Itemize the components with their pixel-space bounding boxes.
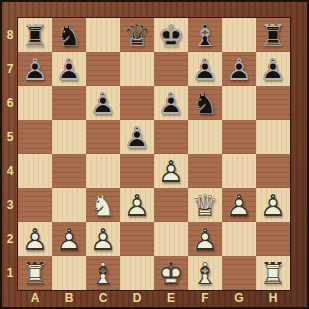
white-king: ♚♔ [154, 256, 188, 290]
white-pawn: ♟♙ [52, 222, 86, 256]
piece-fill-layer: ♜ [18, 18, 52, 52]
square-d4[interactable] [120, 154, 154, 188]
square-g5[interactable] [222, 120, 256, 154]
piece-fill-layer: ♟ [222, 188, 256, 222]
square-h5[interactable] [256, 120, 290, 154]
square-d2[interactable] [120, 222, 154, 256]
white-queen: ♛♕ [188, 188, 222, 222]
square-a7[interactable]: ♟♙ [18, 52, 52, 86]
square-c2[interactable]: ♟♙ [86, 222, 120, 256]
piece-outline-layer: ♗ [188, 18, 222, 52]
square-d5[interactable]: ♟♙ [120, 120, 154, 154]
square-f3[interactable]: ♛♕ [188, 188, 222, 222]
piece-outline-layer: ♙ [52, 52, 86, 86]
square-d8[interactable]: ♛♕ [120, 18, 154, 52]
black-bishop: ♝♗ [188, 18, 222, 52]
rank-labels: 8 7 6 5 4 3 2 1 [2, 18, 18, 290]
piece-outline-layer: ♖ [18, 256, 52, 290]
black-queen: ♛♕ [120, 18, 154, 52]
white-pawn: ♟♙ [188, 222, 222, 256]
square-b1[interactable] [52, 256, 86, 290]
square-a2[interactable]: ♟♙ [18, 222, 52, 256]
piece-outline-layer: ♙ [188, 52, 222, 86]
piece-outline-layer: ♔ [154, 18, 188, 52]
square-c7[interactable] [86, 52, 120, 86]
piece-fill-layer: ♝ [86, 256, 120, 290]
piece-outline-layer: ♙ [154, 86, 188, 120]
piece-fill-layer: ♟ [52, 222, 86, 256]
piece-outline-layer: ♙ [18, 222, 52, 256]
piece-outline-layer: ♘ [52, 18, 86, 52]
board-frame: ♜♖♞♘♛♕♚♔♝♗♜♖♟♙♟♙♟♙♟♙♟♙♟♙♟♙♞♘♟♙♟♙♞♘♟♙♛♕♟♙… [0, 0, 309, 309]
square-h2[interactable] [256, 222, 290, 256]
black-pawn: ♟♙ [52, 52, 86, 86]
piece-fill-layer: ♞ [86, 188, 120, 222]
file-label-a: A [18, 290, 52, 307]
square-f1[interactable]: ♝♗ [188, 256, 222, 290]
file-labels: A B C D E F G H [18, 290, 290, 307]
black-pawn: ♟♙ [154, 86, 188, 120]
piece-outline-layer: ♗ [86, 256, 120, 290]
piece-fill-layer: ♟ [188, 52, 222, 86]
black-knight: ♞♘ [188, 86, 222, 120]
square-h4[interactable] [256, 154, 290, 188]
white-pawn: ♟♙ [86, 222, 120, 256]
square-e2[interactable] [154, 222, 188, 256]
square-h6[interactable] [256, 86, 290, 120]
black-king: ♚♔ [154, 18, 188, 52]
file-label-e: E [154, 290, 188, 307]
piece-outline-layer: ♕ [120, 18, 154, 52]
piece-outline-layer: ♙ [120, 120, 154, 154]
file-label-h: H [256, 290, 290, 307]
square-a4[interactable] [18, 154, 52, 188]
square-d3[interactable]: ♟♙ [120, 188, 154, 222]
piece-fill-layer: ♜ [18, 256, 52, 290]
piece-fill-layer: ♚ [154, 18, 188, 52]
piece-fill-layer: ♞ [188, 86, 222, 120]
black-pawn: ♟♙ [18, 52, 52, 86]
piece-fill-layer: ♟ [86, 222, 120, 256]
piece-outline-layer: ♙ [154, 154, 188, 188]
white-pawn: ♟♙ [120, 188, 154, 222]
piece-outline-layer: ♙ [222, 52, 256, 86]
square-e8[interactable]: ♚♔ [154, 18, 188, 52]
rank-label-4: 4 [2, 154, 18, 188]
piece-outline-layer: ♔ [154, 256, 188, 290]
square-f4[interactable] [188, 154, 222, 188]
piece-outline-layer: ♙ [188, 222, 222, 256]
piece-outline-layer: ♙ [86, 86, 120, 120]
square-g1[interactable] [222, 256, 256, 290]
square-d1[interactable] [120, 256, 154, 290]
piece-outline-layer: ♘ [86, 188, 120, 222]
square-c5[interactable] [86, 120, 120, 154]
piece-fill-layer: ♟ [120, 120, 154, 154]
black-pawn: ♟♙ [256, 52, 290, 86]
rank-label-5: 5 [2, 120, 18, 154]
square-g2[interactable] [222, 222, 256, 256]
piece-outline-layer: ♙ [120, 188, 154, 222]
black-knight: ♞♘ [52, 18, 86, 52]
square-e1[interactable]: ♚♔ [154, 256, 188, 290]
square-e4[interactable]: ♟♙ [154, 154, 188, 188]
rank-label-7: 7 [2, 52, 18, 86]
rank-label-1: 1 [2, 256, 18, 290]
square-b3[interactable] [52, 188, 86, 222]
square-b4[interactable] [52, 154, 86, 188]
square-a5[interactable] [18, 120, 52, 154]
rank-label-2: 2 [2, 222, 18, 256]
square-g8[interactable] [222, 18, 256, 52]
piece-fill-layer: ♟ [222, 52, 256, 86]
black-rook: ♜♖ [256, 18, 290, 52]
piece-outline-layer: ♗ [188, 256, 222, 290]
piece-outline-layer: ♙ [86, 222, 120, 256]
square-f8[interactable]: ♝♗ [188, 18, 222, 52]
white-pawn: ♟♙ [222, 188, 256, 222]
piece-fill-layer: ♟ [52, 52, 86, 86]
white-bishop: ♝♗ [86, 256, 120, 290]
piece-fill-layer: ♟ [18, 222, 52, 256]
file-label-g: G [222, 290, 256, 307]
square-c3[interactable]: ♞♘ [86, 188, 120, 222]
file-label-c: C [86, 290, 120, 307]
square-f7[interactable]: ♟♙ [188, 52, 222, 86]
piece-fill-layer: ♜ [256, 256, 290, 290]
white-pawn: ♟♙ [18, 222, 52, 256]
piece-outline-layer: ♙ [256, 52, 290, 86]
square-e7[interactable] [154, 52, 188, 86]
piece-fill-layer: ♟ [154, 154, 188, 188]
board: ♜♖♞♘♛♕♚♔♝♗♜♖♟♙♟♙♟♙♟♙♟♙♟♙♟♙♞♘♟♙♟♙♞♘♟♙♛♕♟♙… [18, 18, 290, 290]
square-e5[interactable] [154, 120, 188, 154]
piece-outline-layer: ♕ [188, 188, 222, 222]
square-a6[interactable] [18, 86, 52, 120]
piece-outline-layer: ♙ [52, 222, 86, 256]
piece-fill-layer: ♟ [86, 86, 120, 120]
square-h3[interactable]: ♟♙ [256, 188, 290, 222]
square-a8[interactable]: ♜♖ [18, 18, 52, 52]
piece-outline-layer: ♖ [256, 18, 290, 52]
rank-label-3: 3 [2, 188, 18, 222]
square-h1[interactable]: ♜♖ [256, 256, 290, 290]
square-a1[interactable]: ♜♖ [18, 256, 52, 290]
square-f6[interactable]: ♞♘ [188, 86, 222, 120]
piece-outline-layer: ♖ [256, 256, 290, 290]
black-pawn: ♟♙ [86, 86, 120, 120]
piece-fill-layer: ♟ [18, 52, 52, 86]
piece-fill-layer: ♟ [256, 188, 290, 222]
white-rook: ♜♖ [256, 256, 290, 290]
piece-fill-layer: ♚ [154, 256, 188, 290]
square-g6[interactable] [222, 86, 256, 120]
square-b8[interactable]: ♞♘ [52, 18, 86, 52]
piece-fill-layer: ♜ [256, 18, 290, 52]
square-f5[interactable] [188, 120, 222, 154]
piece-fill-layer: ♟ [188, 222, 222, 256]
square-c6[interactable]: ♟♙ [86, 86, 120, 120]
square-h8[interactable]: ♜♖ [256, 18, 290, 52]
piece-fill-layer: ♛ [120, 18, 154, 52]
square-b7[interactable]: ♟♙ [52, 52, 86, 86]
white-bishop: ♝♗ [188, 256, 222, 290]
piece-fill-layer: ♟ [256, 52, 290, 86]
square-c1[interactable]: ♝♗ [86, 256, 120, 290]
rank-label-8: 8 [2, 18, 18, 52]
file-label-b: B [52, 290, 86, 307]
piece-fill-layer: ♟ [154, 86, 188, 120]
black-pawn: ♟♙ [222, 52, 256, 86]
square-d7[interactable] [120, 52, 154, 86]
square-e6[interactable]: ♟♙ [154, 86, 188, 120]
square-b2[interactable]: ♟♙ [52, 222, 86, 256]
square-c8[interactable] [86, 18, 120, 52]
black-rook: ♜♖ [18, 18, 52, 52]
black-pawn: ♟♙ [188, 52, 222, 86]
piece-outline-layer: ♙ [18, 52, 52, 86]
piece-outline-layer: ♖ [18, 18, 52, 52]
square-b5[interactable] [52, 120, 86, 154]
white-pawn: ♟♙ [154, 154, 188, 188]
square-d6[interactable] [120, 86, 154, 120]
square-e3[interactable] [154, 188, 188, 222]
piece-fill-layer: ♛ [188, 188, 222, 222]
square-c4[interactable] [86, 154, 120, 188]
piece-fill-layer: ♟ [120, 188, 154, 222]
piece-fill-layer: ♝ [188, 256, 222, 290]
piece-outline-layer: ♘ [188, 86, 222, 120]
square-h7[interactable]: ♟♙ [256, 52, 290, 86]
square-b6[interactable] [52, 86, 86, 120]
white-rook: ♜♖ [18, 256, 52, 290]
white-knight: ♞♘ [86, 188, 120, 222]
file-label-f: F [188, 290, 222, 307]
piece-outline-layer: ♙ [222, 188, 256, 222]
square-f2[interactable]: ♟♙ [188, 222, 222, 256]
square-g7[interactable]: ♟♙ [222, 52, 256, 86]
rank-label-6: 6 [2, 86, 18, 120]
white-pawn: ♟♙ [256, 188, 290, 222]
file-label-d: D [120, 290, 154, 307]
piece-fill-layer: ♝ [188, 18, 222, 52]
piece-outline-layer: ♙ [256, 188, 290, 222]
piece-fill-layer: ♞ [52, 18, 86, 52]
square-a3[interactable] [18, 188, 52, 222]
black-pawn: ♟♙ [120, 120, 154, 154]
square-g4[interactable] [222, 154, 256, 188]
square-g3[interactable]: ♟♙ [222, 188, 256, 222]
